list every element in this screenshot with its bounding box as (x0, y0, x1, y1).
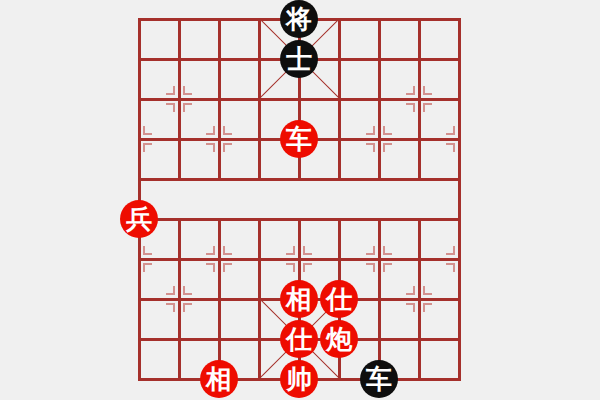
intersection-0-2[interactable] (119, 79, 159, 119)
red-elephant[interactable]: 相 (280, 280, 318, 318)
intersection-1-0[interactable] (159, 0, 199, 39)
intersection-6-2[interactable] (359, 79, 399, 119)
intersection-2-9[interactable]: 相 (199, 359, 239, 399)
intersection-8-9[interactable] (439, 359, 479, 399)
red-cannon[interactable]: 炮 (320, 320, 358, 358)
intersection-3-6[interactable] (239, 239, 279, 279)
intersection-3-4[interactable] (239, 159, 279, 199)
intersection-6-3[interactable] (359, 119, 399, 159)
intersection-3-9[interactable] (239, 359, 279, 399)
intersection-7-6[interactable] (399, 239, 439, 279)
intersection-7-3[interactable] (399, 119, 439, 159)
intersection-2-2[interactable] (199, 79, 239, 119)
intersection-5-7[interactable]: 仕 (319, 279, 359, 319)
intersection-2-5[interactable] (199, 199, 239, 239)
intersection-2-1[interactable] (199, 39, 239, 79)
intersection-0-5[interactable]: 兵 (119, 199, 159, 239)
intersection-6-9[interactable]: 车 (359, 359, 399, 399)
intersection-4-7[interactable]: 相 (279, 279, 319, 319)
intersection-2-7[interactable] (199, 279, 239, 319)
intersection-0-3[interactable] (119, 119, 159, 159)
red-advisor[interactable]: 仕 (320, 280, 358, 318)
intersection-4-3[interactable]: 车 (279, 119, 319, 159)
intersection-7-1[interactable] (399, 39, 439, 79)
intersection-1-1[interactable] (159, 39, 199, 79)
intersection-4-9[interactable]: 帅 (279, 359, 319, 399)
intersection-6-8[interactable] (359, 319, 399, 359)
intersection-8-0[interactable] (439, 0, 479, 39)
intersection-4-8[interactable]: 仕 (279, 319, 319, 359)
intersection-2-4[interactable] (199, 159, 239, 199)
intersection-2-3[interactable] (199, 119, 239, 159)
intersection-3-5[interactable] (239, 199, 279, 239)
intersection-8-2[interactable] (439, 79, 479, 119)
red-general[interactable]: 帅 (280, 360, 318, 398)
intersection-0-4[interactable] (119, 159, 159, 199)
intersection-5-3[interactable] (319, 119, 359, 159)
black-chariot[interactable]: 车 (360, 360, 398, 398)
intersection-8-8[interactable] (439, 319, 479, 359)
intersection-0-7[interactable] (119, 279, 159, 319)
intersection-2-0[interactable] (199, 0, 239, 39)
intersection-1-6[interactable] (159, 239, 199, 279)
red-elephant[interactable]: 相 (200, 360, 238, 398)
intersection-5-8[interactable]: 炮 (319, 319, 359, 359)
intersection-7-7[interactable] (399, 279, 439, 319)
intersection-7-0[interactable] (399, 0, 439, 39)
intersection-3-7[interactable] (239, 279, 279, 319)
xiangqi-board: 将士车兵相仕仕炮相帅车 (0, 0, 600, 400)
piece-grid: 将士车兵相仕仕炮相帅车 (119, 0, 479, 399)
intersection-0-0[interactable] (119, 0, 159, 39)
intersection-7-5[interactable] (399, 199, 439, 239)
intersection-1-3[interactable] (159, 119, 199, 159)
intersection-5-4[interactable] (319, 159, 359, 199)
intersection-6-1[interactable] (359, 39, 399, 79)
intersection-7-2[interactable] (399, 79, 439, 119)
intersection-5-5[interactable] (319, 199, 359, 239)
red-advisor[interactable]: 仕 (280, 320, 318, 358)
black-advisor[interactable]: 士 (280, 40, 318, 78)
intersection-5-2[interactable] (319, 79, 359, 119)
intersection-8-5[interactable] (439, 199, 479, 239)
intersection-6-0[interactable] (359, 0, 399, 39)
red-chariot[interactable]: 车 (280, 120, 318, 158)
intersection-1-2[interactable] (159, 79, 199, 119)
intersection-5-0[interactable] (319, 0, 359, 39)
intersection-5-6[interactable] (319, 239, 359, 279)
red-soldier[interactable]: 兵 (120, 200, 158, 238)
black-general[interactable]: 将 (280, 0, 318, 38)
intersection-1-5[interactable] (159, 199, 199, 239)
intersection-0-8[interactable] (119, 319, 159, 359)
intersection-0-1[interactable] (119, 39, 159, 79)
intersection-6-4[interactable] (359, 159, 399, 199)
intersection-3-2[interactable] (239, 79, 279, 119)
intersection-5-9[interactable] (319, 359, 359, 399)
intersection-2-6[interactable] (199, 239, 239, 279)
intersection-1-9[interactable] (159, 359, 199, 399)
intersection-8-3[interactable] (439, 119, 479, 159)
intersection-7-8[interactable] (399, 319, 439, 359)
intersection-8-4[interactable] (439, 159, 479, 199)
intersection-0-9[interactable] (119, 359, 159, 399)
intersection-5-1[interactable] (319, 39, 359, 79)
intersection-1-8[interactable] (159, 319, 199, 359)
intersection-3-0[interactable] (239, 0, 279, 39)
intersection-0-6[interactable] (119, 239, 159, 279)
intersection-8-6[interactable] (439, 239, 479, 279)
intersection-4-0[interactable]: 将 (279, 0, 319, 39)
intersection-1-4[interactable] (159, 159, 199, 199)
intersection-6-7[interactable] (359, 279, 399, 319)
intersection-4-5[interactable] (279, 199, 319, 239)
intersection-3-1[interactable] (239, 39, 279, 79)
intersection-6-5[interactable] (359, 199, 399, 239)
intersection-7-9[interactable] (399, 359, 439, 399)
intersection-1-7[interactable] (159, 279, 199, 319)
intersection-2-8[interactable] (199, 319, 239, 359)
intersection-4-4[interactable] (279, 159, 319, 199)
intersection-3-8[interactable] (239, 319, 279, 359)
intersection-7-4[interactable] (399, 159, 439, 199)
intersection-3-3[interactable] (239, 119, 279, 159)
intersection-6-6[interactable] (359, 239, 399, 279)
intersection-4-2[interactable] (279, 79, 319, 119)
intersection-4-1[interactable]: 士 (279, 39, 319, 79)
intersection-4-6[interactable] (279, 239, 319, 279)
intersection-8-7[interactable] (439, 279, 479, 319)
intersection-8-1[interactable] (439, 39, 479, 79)
